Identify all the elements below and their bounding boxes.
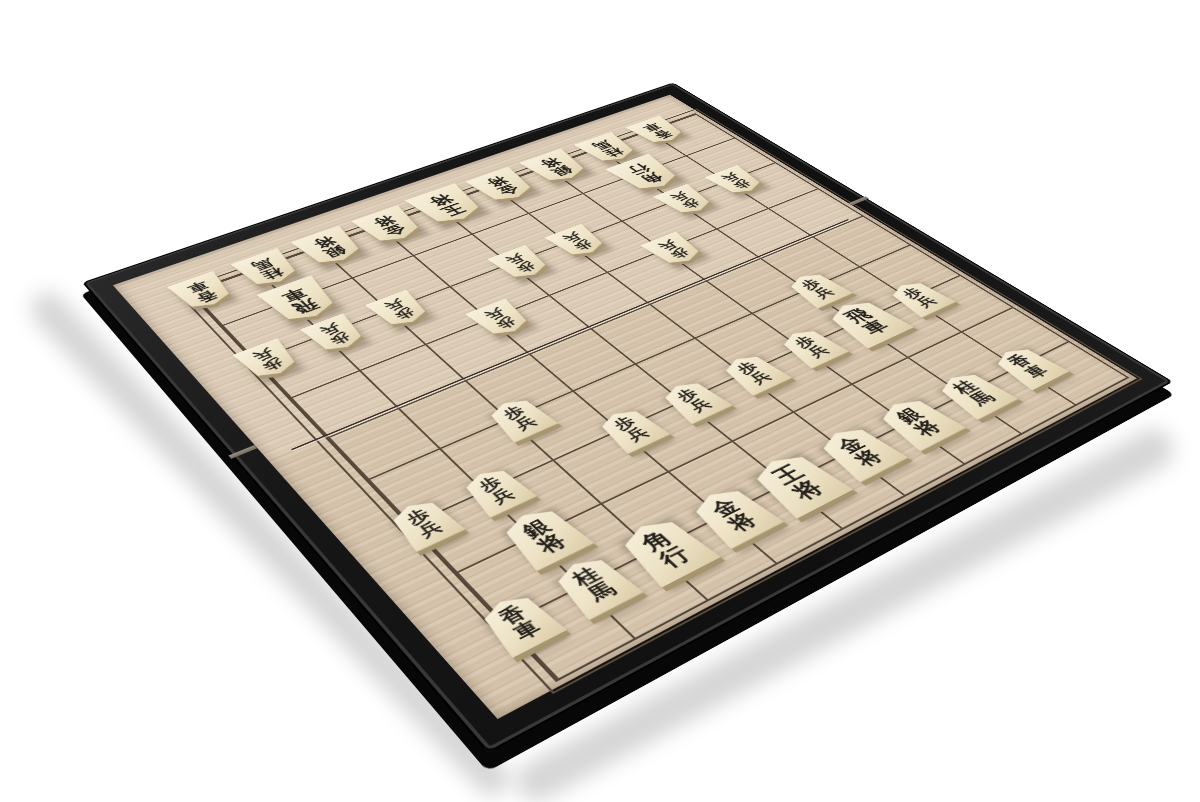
piece-shadow	[480, 594, 570, 662]
kanji-char: 将	[533, 531, 571, 557]
kanji-char: 将	[787, 477, 828, 503]
piece-kanji: 歩兵	[381, 297, 417, 321]
piece-shadow	[750, 452, 857, 522]
piece-kanji: 桂馬	[569, 565, 621, 605]
piece-kanji: 桂馬	[589, 139, 625, 159]
piece-kanji: 桂馬	[950, 378, 999, 408]
kanji-char: 将	[850, 447, 886, 470]
piece-pawn-1-3[interactable]: 歩兵	[704, 165, 771, 199]
piece-face: 金将	[811, 422, 908, 483]
piece-shadow	[488, 398, 561, 446]
piece-side-edge	[748, 451, 858, 522]
piece-side-edge	[875, 396, 971, 454]
board-3d-scene: 香車桂馬銀将金将玉将金将銀将桂馬香車飛車角行歩兵歩兵歩兵歩兵歩兵歩兵歩兵歩兵歩兵…	[82, 83, 1173, 754]
piece-kanji: 歩兵	[481, 306, 518, 330]
piece-kanji: 玉将	[425, 192, 469, 218]
piece-kanji: 歩兵	[560, 231, 595, 252]
kanji-char: 兵	[488, 486, 518, 506]
piece-face: 香車	[473, 589, 567, 658]
piece-kanji: 飛車	[278, 286, 322, 316]
piece-silver-8-8[interactable]: 銀将	[494, 502, 598, 575]
piece-side-edge	[387, 499, 469, 556]
kanji-char: 銀	[892, 405, 927, 426]
piece-face: 角行	[611, 512, 721, 587]
piece-shadow	[994, 347, 1073, 393]
piece-kanji: 香車	[640, 122, 674, 140]
piece-pawn-9-3[interactable]: 歩兵	[232, 338, 306, 385]
kanji-char: 香	[495, 603, 530, 628]
piece-face: 桂馬	[546, 551, 643, 620]
piece-kanji: 銀将	[518, 516, 571, 556]
piece-pawn-7-3[interactable]: 歩兵	[365, 289, 437, 332]
piece-pawn-7-6[interactable]: 歩兵	[482, 394, 562, 446]
kanji-char: 王	[768, 462, 808, 488]
piece-pawn-6-4[interactable]: 歩兵	[465, 298, 539, 342]
piece-shadow	[937, 372, 1022, 423]
kanji-char: 兵	[317, 322, 343, 338]
piece-kanji: 金将	[483, 174, 522, 197]
piece-face: 銀将	[494, 502, 594, 571]
kanji-char: 角	[637, 527, 677, 554]
piece-face: 桂馬	[931, 368, 1019, 420]
board-wood-surface: 香車桂馬銀将金将玉将金将銀将桂馬香車飛車角行歩兵歩兵歩兵歩兵歩兵歩兵歩兵歩兵歩兵…	[113, 95, 1137, 719]
piece-shadow	[723, 355, 796, 399]
kanji-char: 兵	[804, 343, 832, 359]
piece-kanji: 歩兵	[655, 239, 692, 260]
piece-side-edge	[935, 371, 1023, 423]
kanji-char: 兵	[913, 294, 940, 309]
piece-pawn-5-3[interactable]: 歩兵	[487, 245, 558, 285]
kanji-char: 香	[1005, 353, 1035, 370]
piece-lance-9-9[interactable]: 香車	[473, 589, 571, 663]
piece-kanji: 銀将	[310, 234, 349, 259]
piece-kanji: 角行	[637, 527, 696, 571]
piece-knight-2-9[interactable]: 桂馬	[931, 368, 1024, 423]
piece-kanji: 金将	[833, 434, 887, 470]
piece-face: 歩兵	[465, 298, 535, 339]
piece-side-edge	[596, 408, 674, 458]
piece-gold-6-9[interactable]: 金将	[683, 482, 788, 553]
piece-side-edge	[615, 516, 725, 592]
kanji-char: 桂	[950, 378, 982, 397]
product-photo-stage: 香車桂馬銀将金将玉将金将銀将桂馬香車飛車角行歩兵歩兵歩兵歩兵歩兵歩兵歩兵歩兵歩兵…	[0, 0, 1200, 802]
piece-kanji: 銀将	[892, 405, 945, 439]
piece-kanji: 桂馬	[249, 256, 286, 281]
piece-kanji: 歩兵	[733, 360, 775, 387]
piece-kanji: 金将	[706, 496, 761, 535]
piece-side-edge	[485, 397, 562, 446]
piece-pawn-4-3[interactable]: 歩兵	[544, 223, 614, 261]
kanji-char: 馬	[967, 389, 1000, 408]
piece-bishop-7-9[interactable]: 角行	[611, 512, 725, 591]
kanji-char: 行	[654, 543, 695, 571]
kanji-char: 兵	[811, 286, 838, 301]
piece-kanji: 王将	[768, 462, 828, 503]
piece-face: 香車	[987, 343, 1069, 390]
shogi-board: 香車桂馬銀将金将玉将金将銀将桂馬香車飛車角行歩兵歩兵歩兵歩兵歩兵歩兵歩兵歩兵歩兵…	[82, 83, 1173, 754]
piece-pawn-4-7[interactable]: 歩兵	[716, 351, 796, 399]
piece-lance-1-9[interactable]: 香車	[987, 343, 1074, 393]
kanji-char: 車	[509, 617, 544, 643]
piece-shadow	[877, 398, 970, 455]
piece-shadow	[618, 517, 724, 591]
piece-kanji: 銀将	[536, 156, 575, 178]
piece-king-5-9[interactable]: 王将	[743, 448, 858, 523]
piece-face: 歩兵	[656, 377, 733, 424]
kanji-char: 金	[706, 496, 743, 520]
piece-pawn-3-4[interactable]: 歩兵	[640, 231, 711, 270]
kanji-char: 兵	[623, 425, 652, 443]
piece-lance-1-1[interactable]: 香車	[625, 115, 692, 148]
pieces-layer: 香車桂馬銀将金将玉将金将銀将桂馬香車飛車角行歩兵歩兵歩兵歩兵歩兵歩兵歩兵歩兵歩兵…	[113, 95, 1137, 719]
piece-lance-9-1[interactable]: 香車	[167, 271, 240, 315]
piece-side-edge	[477, 593, 571, 662]
piece-kanji: 歩兵	[502, 252, 538, 274]
piece-kanji: 角行	[624, 162, 667, 186]
kanji-char: 車	[858, 318, 893, 338]
piece-shadow	[818, 426, 912, 486]
piece-pawn-6-7[interactable]: 歩兵	[592, 405, 674, 458]
kanji-char: 車	[1021, 363, 1051, 381]
piece-kanji: 香車	[495, 603, 544, 643]
piece-silver-3-9[interactable]: 銀将	[871, 393, 971, 454]
piece-kanji: 歩兵	[667, 190, 702, 210]
kanji-char: 銀	[518, 516, 555, 541]
piece-face: 金将	[683, 482, 784, 549]
piece-shadow	[553, 556, 646, 624]
kanji-char: 金	[833, 434, 869, 456]
piece-side-edge	[688, 486, 789, 553]
piece-side-edge	[498, 506, 599, 575]
piece-shadow	[501, 507, 597, 575]
kanji-char: 歩	[500, 404, 529, 422]
piece-kanji: 香車	[1005, 353, 1051, 381]
piece-kanji: 香車	[185, 279, 220, 303]
piece-kanji: 金将	[369, 213, 408, 237]
piece-side-edge	[550, 555, 648, 624]
kanji-char: 将	[723, 510, 761, 535]
kanji-char: 馬	[584, 580, 620, 606]
piece-side-edge	[816, 425, 913, 486]
piece-face: 歩兵	[592, 405, 670, 454]
piece-face: 王将	[743, 448, 853, 519]
piece-silver-7-1[interactable]: 銀将	[290, 225, 370, 271]
kanji-char: 兵	[415, 519, 446, 540]
kanji-char: 兵	[747, 369, 775, 386]
kanji-char: 兵	[511, 414, 540, 432]
piece-kanji: 歩兵	[500, 404, 541, 433]
piece-shadow	[690, 487, 787, 553]
piece-knight-8-9[interactable]: 桂馬	[546, 551, 648, 624]
kanji-char: 桂	[569, 565, 605, 590]
piece-side-edge	[992, 346, 1074, 393]
piece-kanji: 歩兵	[718, 171, 753, 190]
